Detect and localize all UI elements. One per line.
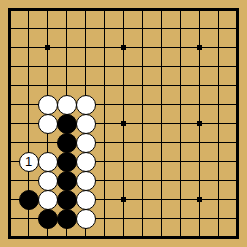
grid-line-vertical	[142, 9, 143, 238]
white-stone	[76, 114, 96, 134]
grid-line-vertical	[180, 9, 181, 238]
white-stone	[76, 152, 96, 172]
white-stone	[76, 209, 96, 229]
white-stone	[76, 190, 96, 210]
star-point	[197, 45, 202, 50]
white-stone	[76, 133, 96, 153]
white-stone	[57, 95, 77, 115]
black-stone	[57, 133, 77, 153]
white-stone-marked-1: 1	[19, 152, 39, 172]
grid-line-vertical	[237, 9, 238, 238]
star-point	[121, 197, 126, 202]
white-stone	[76, 95, 96, 115]
grid-line-vertical	[161, 9, 162, 238]
star-point	[121, 121, 126, 126]
grid-line-horizontal	[9, 142, 238, 143]
black-stone	[57, 171, 77, 191]
black-stone	[38, 209, 58, 229]
black-stone	[57, 152, 77, 172]
black-stone	[57, 190, 77, 210]
star-point	[121, 45, 126, 50]
black-stone	[19, 190, 39, 210]
go-diagram: 1	[0, 0, 247, 247]
go-board: 1	[0, 0, 247, 247]
white-stone	[38, 95, 58, 115]
star-point	[197, 197, 202, 202]
grid-line-vertical	[218, 9, 219, 238]
move-number-label: 1	[25, 155, 32, 168]
grid-line-horizontal	[9, 237, 238, 238]
white-stone	[38, 114, 58, 134]
white-stone	[38, 152, 58, 172]
star-point	[197, 121, 202, 126]
star-point	[45, 45, 50, 50]
white-stone	[76, 171, 96, 191]
black-stone	[57, 209, 77, 229]
white-stone	[38, 190, 58, 210]
black-stone	[57, 114, 77, 134]
white-stone	[38, 171, 58, 191]
